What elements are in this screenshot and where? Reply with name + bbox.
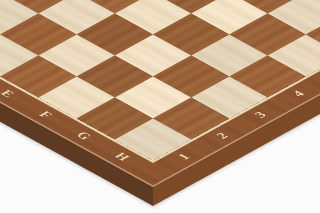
chessboard: EFGH1234	[0, 0, 153, 187]
file-label-f: F	[36, 110, 54, 120]
board-top-surface: EFGH1234	[0, 0, 320, 187]
file-label-h: H	[112, 151, 132, 162]
rank-label-4: 4	[290, 89, 307, 98]
rank-label-3: 3	[252, 110, 269, 119]
rank-label-1: 1	[176, 152, 193, 161]
file-label-e: E	[0, 88, 17, 98]
rank-label-2: 2	[214, 131, 231, 140]
file-label-g: G	[74, 130, 94, 141]
photo-backdrop: EFGH1234	[0, 0, 320, 213]
